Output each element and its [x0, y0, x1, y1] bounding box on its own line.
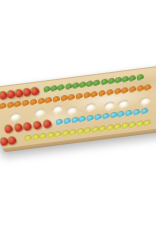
yellow-hole: [128, 121, 136, 128]
red-peg[interactable]: [3, 124, 13, 134]
storage-hole: [65, 105, 78, 115]
orange-hole: [105, 88, 113, 95]
orange-hole: [14, 100, 22, 107]
orange-hole: [144, 83, 152, 90]
yellow-hole: [135, 120, 143, 127]
storage-hole: [103, 100, 116, 110]
orange-hole: [98, 89, 106, 96]
yellow-hole: [46, 131, 54, 138]
blue-hole: [71, 117, 79, 124]
green-hole: [64, 83, 72, 90]
blue-hole: [55, 119, 63, 126]
product-photo: [0, 0, 156, 230]
orange-hole: [52, 95, 60, 102]
yellow-hole: [98, 125, 106, 132]
yellow-hole: [143, 119, 151, 126]
blue-hole: [63, 118, 71, 125]
orange-hole: [6, 101, 14, 108]
red-peg[interactable]: [32, 120, 42, 130]
blue-hole: [140, 108, 148, 115]
yellow-hole: [31, 133, 39, 140]
orange-hole: [128, 85, 136, 92]
orange-hole: [113, 87, 121, 94]
blue-hole: [101, 113, 109, 120]
blue-hole: [117, 111, 125, 118]
blue-hole: [94, 114, 102, 121]
red-peg[interactable]: [7, 135, 17, 145]
orange-hole: [75, 92, 83, 99]
red-peg[interactable]: [30, 86, 40, 96]
orange-hole: [21, 99, 29, 106]
blue-hole: [109, 112, 117, 119]
green-hole: [136, 74, 144, 81]
green-hole: [114, 77, 122, 84]
red-peg[interactable]: [23, 121, 33, 131]
green-hole: [57, 84, 65, 91]
blue-hole: [86, 115, 94, 122]
green-hole: [78, 81, 86, 88]
orange-hole: [136, 84, 144, 91]
storage-hole: [139, 96, 152, 106]
red-peg[interactable]: [13, 122, 23, 132]
yellow-hole: [113, 123, 121, 130]
blue-hole: [125, 110, 133, 117]
green-hole: [128, 75, 136, 82]
cribbage-board: [0, 65, 156, 150]
orange-hole: [60, 94, 68, 101]
orange-hole: [37, 97, 45, 104]
orange-hole: [90, 90, 98, 97]
storage-hole: [9, 112, 22, 122]
orange-hole: [44, 96, 52, 103]
green-hole: [43, 86, 51, 93]
orange-hole: [121, 86, 129, 93]
yellow-hole: [68, 128, 76, 135]
orange-hole: [0, 102, 6, 109]
storage-hole: [51, 104, 64, 114]
orange-hole: [82, 91, 90, 98]
orange-hole: [29, 98, 37, 105]
blue-hole: [132, 109, 140, 116]
storage-hole: [84, 102, 97, 112]
green-hole: [100, 78, 108, 85]
yellow-hole: [61, 129, 69, 136]
orange-hole: [67, 93, 75, 100]
green-hole: [71, 82, 79, 89]
storage-hole: [33, 107, 46, 117]
green-hole: [93, 79, 101, 86]
yellow-hole: [24, 134, 32, 141]
storage-hole: [117, 99, 130, 109]
yellow-hole: [106, 124, 114, 131]
red-peg[interactable]: [42, 119, 52, 129]
yellow-hole: [91, 126, 99, 133]
yellow-hole: [83, 126, 91, 133]
blue-hole: [78, 116, 86, 123]
yellow-hole: [39, 132, 47, 139]
green-hole: [107, 78, 115, 85]
yellow-hole: [120, 122, 128, 129]
yellow-hole: [76, 127, 84, 134]
yellow-hole: [54, 130, 62, 137]
